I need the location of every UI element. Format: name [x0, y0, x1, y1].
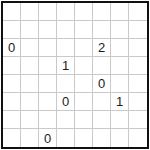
cell-r1c3[interactable]	[57, 21, 75, 39]
cell-r3c7[interactable]	[129, 57, 147, 75]
cell-r1c6[interactable]	[111, 21, 129, 39]
cell-r4c2[interactable]	[39, 75, 57, 93]
puzzle-board: 0210010	[1, 1, 149, 149]
cell-r1c2[interactable]	[39, 21, 57, 39]
clue-cell-r4c5: 0	[93, 75, 111, 93]
cell-r1c7[interactable]	[129, 21, 147, 39]
cell-r4c6[interactable]	[111, 75, 129, 93]
clue-cell-r2c5: 2	[93, 39, 111, 57]
clue-cell-r7c2: 0	[39, 129, 57, 147]
cell-r0c7[interactable]	[129, 3, 147, 21]
cell-r6c0[interactable]	[3, 111, 21, 129]
cell-r0c3[interactable]	[57, 3, 75, 21]
cell-r6c3[interactable]	[57, 111, 75, 129]
cell-r5c4[interactable]	[75, 93, 93, 111]
clue-cell-r5c3: 0	[57, 93, 75, 111]
cell-r7c7[interactable]	[129, 129, 147, 147]
cell-r0c0[interactable]	[3, 3, 21, 21]
cell-r6c5[interactable]	[93, 111, 111, 129]
cell-r3c2[interactable]	[39, 57, 57, 75]
clue-cell-r5c6: 1	[111, 93, 129, 111]
cell-r0c2[interactable]	[39, 3, 57, 21]
cell-r2c4[interactable]	[75, 39, 93, 57]
cell-r6c1[interactable]	[21, 111, 39, 129]
cell-r7c1[interactable]	[21, 129, 39, 147]
cell-r4c1[interactable]	[21, 75, 39, 93]
cell-r6c2[interactable]	[39, 111, 57, 129]
cell-r2c3[interactable]	[57, 39, 75, 57]
cell-r6c7[interactable]	[129, 111, 147, 129]
cell-r7c3[interactable]	[57, 129, 75, 147]
cell-r2c1[interactable]	[21, 39, 39, 57]
cell-r0c4[interactable]	[75, 3, 93, 21]
cell-r5c1[interactable]	[21, 93, 39, 111]
cell-r3c0[interactable]	[3, 57, 21, 75]
cell-r0c6[interactable]	[111, 3, 129, 21]
clue-cell-r3c3: 1	[57, 57, 75, 75]
cell-r4c7[interactable]	[129, 75, 147, 93]
cell-r5c0[interactable]	[3, 93, 21, 111]
cell-r1c0[interactable]	[3, 21, 21, 39]
cell-r3c6[interactable]	[111, 57, 129, 75]
cell-r3c4[interactable]	[75, 57, 93, 75]
cell-r3c5[interactable]	[93, 57, 111, 75]
cell-r4c3[interactable]	[57, 75, 75, 93]
clue-cell-r2c0: 0	[3, 39, 21, 57]
cell-r3c1[interactable]	[21, 57, 39, 75]
cell-r5c5[interactable]	[93, 93, 111, 111]
cell-r7c0[interactable]	[3, 129, 21, 147]
cell-r6c4[interactable]	[75, 111, 93, 129]
cell-r1c1[interactable]	[21, 21, 39, 39]
cell-r0c5[interactable]	[93, 3, 111, 21]
cell-r7c6[interactable]	[111, 129, 129, 147]
cell-r0c1[interactable]	[21, 3, 39, 21]
cell-r5c2[interactable]	[39, 93, 57, 111]
cell-r4c0[interactable]	[3, 75, 21, 93]
cell-r2c2[interactable]	[39, 39, 57, 57]
cell-r4c4[interactable]	[75, 75, 93, 93]
cell-r1c4[interactable]	[75, 21, 93, 39]
cell-r2c6[interactable]	[111, 39, 129, 57]
cell-r5c7[interactable]	[129, 93, 147, 111]
cell-r1c5[interactable]	[93, 21, 111, 39]
cell-r6c6[interactable]	[111, 111, 129, 129]
cell-r2c7[interactable]	[129, 39, 147, 57]
cell-r7c4[interactable]	[75, 129, 93, 147]
cell-r7c5[interactable]	[93, 129, 111, 147]
